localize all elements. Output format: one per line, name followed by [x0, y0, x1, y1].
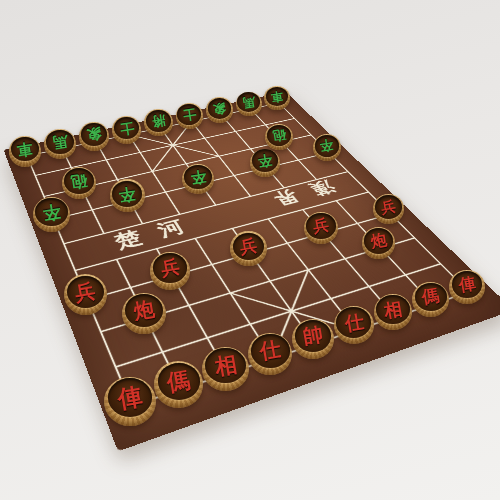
piece-red-0-6[interactable]: 兵 — [64, 274, 107, 315]
piece-char: 砲 — [272, 128, 287, 143]
piece-red-0-9[interactable]: 俥 — [104, 377, 156, 426]
piece-char: 俥 — [457, 275, 476, 294]
piece-face: 仕 — [251, 334, 290, 368]
piece-char: 卒 — [257, 153, 273, 169]
piece-char: 兵 — [159, 258, 181, 280]
piece-black-2-3[interactable]: 卒 — [110, 179, 145, 212]
piece-char: 馬 — [242, 95, 256, 109]
piece-char: 兵 — [238, 237, 258, 257]
piece-char: 馬 — [52, 133, 69, 150]
piece-char: 傌 — [166, 368, 193, 395]
piece-black-0-3[interactable]: 卒 — [33, 197, 70, 232]
piece-char: 仕 — [258, 339, 282, 363]
piece-red-2-9[interactable]: 相 — [202, 347, 249, 391]
piece-char: 炮 — [369, 232, 387, 250]
piece-char: 仕 — [343, 312, 365, 334]
piece-face: 將 — [146, 110, 171, 132]
piece-black-3-0[interactable]: 士 — [112, 116, 142, 144]
piece-face: 砲 — [267, 125, 291, 146]
piece-face: 兵 — [306, 213, 335, 239]
piece-face: 砲 — [64, 168, 94, 194]
piece-red-4-6[interactable]: 兵 — [230, 231, 266, 266]
piece-black-0-0[interactable]: 車 — [9, 136, 42, 167]
piece-char: 兵 — [312, 217, 330, 235]
piece-face: 士 — [177, 104, 201, 125]
piece-black-2-0[interactable]: 象 — [79, 122, 110, 151]
piece-red-7-9[interactable]: 傌 — [412, 282, 449, 317]
piece-char: 車 — [16, 140, 34, 158]
piece-char: 車 — [270, 90, 284, 104]
piece-face: 兵 — [153, 253, 187, 283]
piece-face: 兵 — [233, 233, 265, 261]
piece-char: 傌 — [421, 287, 441, 307]
piece-face: 炮 — [125, 294, 163, 327]
xiangqi-board-mat: 楚河 漢界 — [4, 92, 500, 451]
piece-char: 將 — [151, 113, 166, 128]
piece-face: 車 — [11, 137, 39, 162]
piece-face: 炮 — [364, 228, 393, 254]
piece-face: 兵 — [375, 195, 402, 219]
piece-char: 卒 — [190, 168, 207, 185]
piece-red-1-9[interactable]: 傌 — [154, 361, 203, 408]
piece-face: 傌 — [415, 283, 447, 311]
piece-red-4-9[interactable]: 帥 — [292, 319, 334, 359]
piece-char: 帥 — [301, 325, 324, 348]
piece-char: 砲 — [70, 172, 88, 190]
piece-face: 帥 — [295, 320, 332, 352]
piece-face: 車 — [266, 87, 288, 106]
piece-char: 相 — [213, 353, 238, 378]
piece-red-7-7[interactable]: 炮 — [362, 227, 396, 259]
piece-red-3-9[interactable]: 仕 — [248, 333, 292, 375]
piece-face: 卒 — [315, 135, 339, 156]
piece-char: 卒 — [319, 138, 334, 153]
piece-char: 俥 — [116, 384, 144, 412]
piece-face: 卒 — [252, 149, 278, 172]
piece-face: 士 — [114, 117, 140, 140]
piece-red-1-7[interactable]: 炮 — [122, 293, 166, 334]
piece-face: 俥 — [108, 378, 153, 417]
piece-face: 卒 — [112, 181, 142, 207]
piece-face: 傌 — [158, 363, 201, 400]
piece-face: 卒 — [35, 198, 67, 226]
piece-char: 士 — [182, 107, 197, 122]
piece-face: 相 — [205, 348, 245, 383]
piece-face: 馬 — [46, 130, 74, 154]
piece-black-6-3[interactable]: 卒 — [250, 149, 280, 177]
piece-black-8-0[interactable]: 車 — [264, 86, 289, 110]
piece-black-8-3[interactable]: 卒 — [313, 134, 341, 161]
piece-red-6-6[interactable]: 兵 — [304, 212, 338, 244]
piece-face: 仕 — [336, 307, 371, 338]
piece-face: 相 — [376, 295, 410, 324]
piece-char: 兵 — [74, 280, 97, 304]
piece-face: 象 — [81, 123, 108, 146]
piece-char: 卒 — [118, 184, 137, 203]
piece-char: 象 — [212, 101, 226, 115]
piece-face: 象 — [208, 98, 231, 118]
piece-black-4-3[interactable]: 卒 — [182, 164, 214, 194]
piece-face: 卒 — [184, 165, 212, 189]
photo-stage: 楚河 漢界 車馬象士將士象馬車砲砲卒卒卒卒卒兵兵兵兵兵炮炮俥傌相仕帥仕相傌俥 — [0, 0, 500, 500]
piece-black-7-0[interactable]: 馬 — [236, 92, 262, 117]
piece-face: 兵 — [67, 276, 105, 309]
piece-red-8-6[interactable]: 兵 — [373, 194, 404, 224]
piece-face: 馬 — [237, 92, 260, 112]
piece-char: 兵 — [380, 199, 397, 216]
piece-black-1-0[interactable]: 馬 — [44, 129, 76, 159]
piece-char: 卒 — [41, 202, 61, 222]
piece-black-7-2[interactable]: 砲 — [265, 124, 293, 150]
piece-char: 士 — [119, 120, 135, 136]
piece-char: 相 — [383, 299, 404, 320]
piece-char: 炮 — [132, 299, 156, 323]
piece-face: 俥 — [452, 271, 483, 298]
piece-char: 象 — [86, 126, 102, 142]
piece-red-2-6[interactable]: 兵 — [150, 252, 190, 290]
piece-red-8-9[interactable]: 俥 — [449, 270, 484, 304]
board-grid — [4, 92, 500, 451]
piece-black-6-0[interactable]: 象 — [206, 97, 233, 123]
